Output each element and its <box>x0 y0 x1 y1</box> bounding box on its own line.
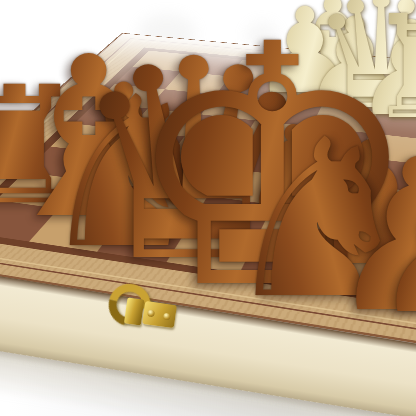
piece-dark-pawn-h1[interactable]: ♟ <box>369 155 416 340</box>
pieces-layer: ♜♝♟♞♛♚♟♞♟♟♟♟♝♟♛♟♜ <box>0 0 416 416</box>
chess-set-photo: ♜♝♟♞♛♚♟♞♟♟♟♟♝♟♛♟♜ <box>0 0 416 416</box>
